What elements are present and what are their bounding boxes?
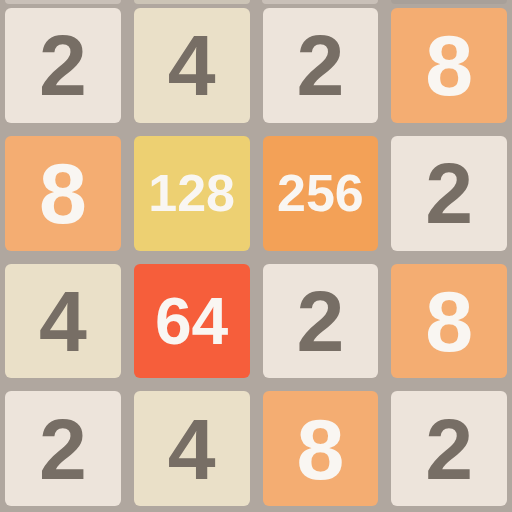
2048-board[interactable]: 2 4 2 8 8 128 256 2 4 64 2 8 2 4 8 2 xyxy=(0,0,512,512)
tile-r2c1: 8 xyxy=(5,136,121,251)
tile-r4c4: 2 xyxy=(391,391,507,506)
tile-r2c4: 2 xyxy=(391,136,507,251)
cropped-tile-above-col2 xyxy=(134,0,250,4)
cropped-tile-above-col3 xyxy=(262,0,378,4)
tile-r4c1: 2 xyxy=(5,391,121,506)
tile-r3c1: 4 xyxy=(5,264,121,379)
tile-r1c3: 2 xyxy=(263,8,379,123)
tile-r3c2: 64 xyxy=(134,264,250,379)
tile-r1c2: 4 xyxy=(134,8,250,123)
tile-r4c3: 8 xyxy=(263,391,379,506)
tile-r2c3: 256 xyxy=(263,136,379,251)
tile-r2c2: 128 xyxy=(134,136,250,251)
tile-r3c3: 2 xyxy=(263,264,379,379)
tile-r1c1: 2 xyxy=(5,8,121,123)
tile-r3c4: 8 xyxy=(391,264,507,379)
tile-grid: 2 4 2 8 8 128 256 2 4 64 2 8 2 4 8 2 xyxy=(5,8,507,506)
cropped-tile-above-col1 xyxy=(5,0,121,4)
cropped-tile-above-col4 xyxy=(391,0,507,4)
tile-r1c4: 8 xyxy=(391,8,507,123)
tile-r4c2: 4 xyxy=(134,391,250,506)
